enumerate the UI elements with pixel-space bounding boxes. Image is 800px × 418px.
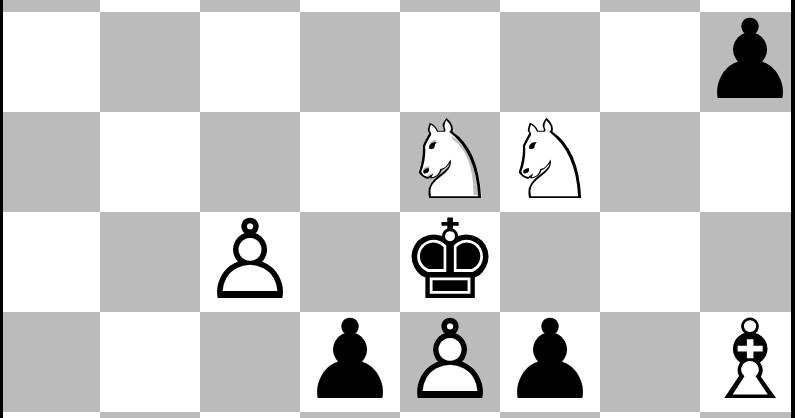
square-b3[interactable]: [100, 312, 200, 412]
square-a2[interactable]: [0, 412, 100, 418]
square-f5[interactable]: ♞♘: [500, 112, 600, 212]
square-a5[interactable]: [0, 112, 100, 212]
square-g5[interactable]: [600, 112, 700, 212]
square-h4[interactable]: [700, 212, 800, 312]
piece-white-pawn: ♟♙: [400, 312, 500, 412]
square-g6[interactable]: [600, 12, 700, 112]
square-c5[interactable]: [200, 112, 300, 212]
square-b7[interactable]: ♟♙: [100, 0, 200, 12]
square-d3[interactable]: ♟: [300, 312, 400, 412]
square-c2[interactable]: [200, 412, 300, 418]
square-h5[interactable]: [700, 112, 800, 212]
square-h6[interactable]: ♟: [700, 12, 800, 112]
square-f3[interactable]: ♟: [500, 312, 600, 412]
square-f4[interactable]: [500, 212, 600, 312]
piece-white-pawn: ♟♙: [100, 0, 200, 12]
piece-white-knight: ♞♘: [500, 112, 600, 212]
piece-black-pawn: ♟: [300, 312, 400, 412]
square-g2[interactable]: [600, 412, 700, 418]
piece-white-bishop: ♝♗: [700, 312, 800, 412]
square-e7[interactable]: [400, 0, 500, 12]
square-b6[interactable]: [100, 12, 200, 112]
square-e6[interactable]: [400, 12, 500, 112]
square-e3[interactable]: ♟♙: [400, 312, 500, 412]
square-f6[interactable]: [500, 12, 600, 112]
square-a6[interactable]: [0, 12, 100, 112]
square-c7[interactable]: [200, 0, 300, 12]
square-d2[interactable]: [300, 412, 400, 418]
chess-board: ♟♙♟♙♟♟♞♘♞♘♟♙♚♟♟♙♟♝♗: [0, 0, 800, 418]
square-a4[interactable]: [0, 212, 100, 312]
square-h7[interactable]: [700, 0, 800, 12]
square-g4[interactable]: [600, 212, 700, 312]
square-f7[interactable]: ♟♙: [500, 0, 600, 12]
square-c4[interactable]: ♟♙: [200, 212, 300, 312]
square-e2[interactable]: [400, 412, 500, 418]
square-h2[interactable]: [700, 412, 800, 418]
square-d7[interactable]: [300, 0, 400, 12]
piece-black-pawn: ♟: [600, 0, 700, 12]
square-d6[interactable]: [300, 12, 400, 112]
square-d5[interactable]: [300, 112, 400, 212]
square-g7[interactable]: ♟: [600, 0, 700, 12]
square-g3[interactable]: [600, 312, 700, 412]
piece-black-king: ♚: [400, 212, 500, 312]
square-f2[interactable]: [500, 412, 600, 418]
square-b2[interactable]: [100, 412, 200, 418]
square-a3[interactable]: [0, 312, 100, 412]
square-c3[interactable]: [200, 312, 300, 412]
square-b5[interactable]: [100, 112, 200, 212]
piece-white-knight: ♞♘: [400, 112, 500, 212]
square-c6[interactable]: [200, 12, 300, 112]
square-d4[interactable]: [300, 212, 400, 312]
square-e4[interactable]: ♚: [400, 212, 500, 312]
chess-board-diagram: ♟♙♟♙♟♟♞♘♞♘♟♙♚♟♟♙♟♝♗: [0, 0, 800, 418]
square-b4[interactable]: [100, 212, 200, 312]
board-right-margin: [795, 0, 800, 418]
piece-white-pawn: ♟♙: [500, 0, 600, 12]
square-a7[interactable]: [0, 0, 100, 12]
board-left-border: [0, 0, 3, 418]
piece-white-pawn: ♟♙: [200, 212, 300, 312]
square-e5[interactable]: ♞♘: [400, 112, 500, 212]
square-h3[interactable]: ♝♗: [700, 312, 800, 412]
piece-black-pawn: ♟: [500, 312, 600, 412]
piece-black-pawn: ♟: [700, 12, 800, 112]
